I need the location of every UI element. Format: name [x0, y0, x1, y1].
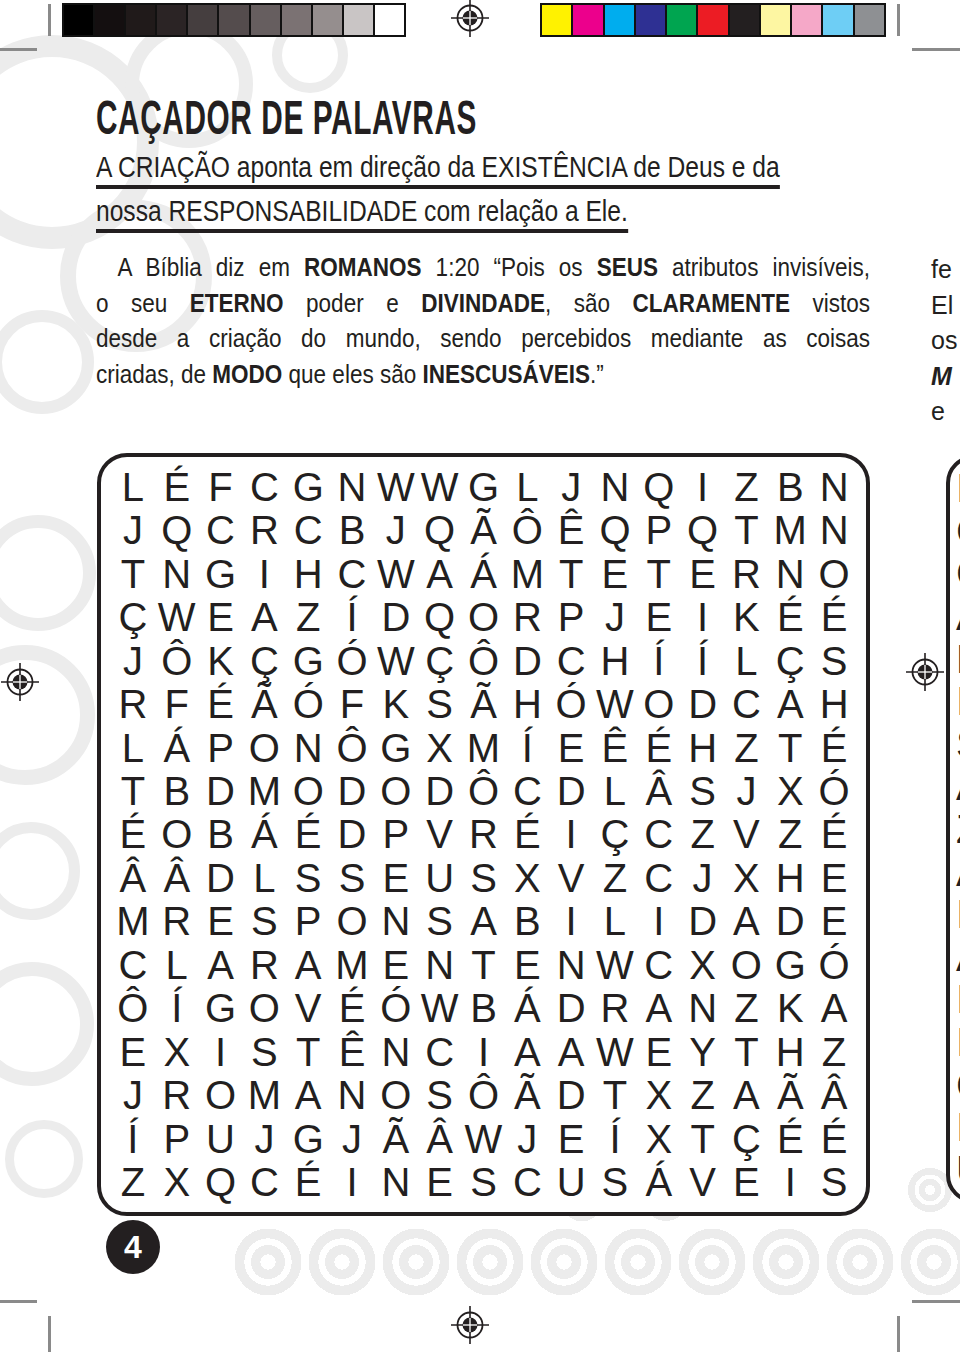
grid-cell[interactable]: W — [418, 987, 462, 1030]
grid-cell[interactable]: É — [111, 813, 155, 856]
grid-cell[interactable]: S — [593, 1161, 637, 1204]
grid-cell[interactable]: Í — [111, 1117, 155, 1160]
grid-cell[interactable]: I — [549, 813, 593, 856]
grid-cell[interactable]: Ó — [812, 943, 856, 986]
grid-cell[interactable]: A — [505, 1030, 549, 1073]
grid-cell[interactable]: X — [768, 769, 812, 812]
grid-cell[interactable]: O — [725, 943, 769, 986]
grid-cell[interactable]: T — [681, 1117, 725, 1160]
grid-cell[interactable]: E — [199, 595, 243, 638]
grid-cell[interactable]: L — [111, 465, 155, 508]
grid-cell[interactable]: W — [593, 943, 637, 986]
grid-cell[interactable]: D — [199, 769, 243, 812]
grid-cell[interactable]: D — [768, 900, 812, 943]
grid-cell[interactable]: C — [637, 813, 681, 856]
grid-cell[interactable]: Ã — [505, 1074, 549, 1117]
grid-cell[interactable]: U — [549, 1161, 593, 1204]
grid-cell[interactable]: G — [768, 943, 812, 986]
grid-cell[interactable]: L — [725, 639, 769, 682]
grid-cell[interactable]: T — [725, 508, 769, 551]
sliver-grid-cell: A — [956, 595, 960, 638]
grid-cell[interactable]: E — [199, 900, 243, 943]
grid-cell[interactable]: É — [286, 813, 330, 856]
grid-cell[interactable]: D — [681, 900, 725, 943]
grid-cell[interactable]: Ç — [593, 813, 637, 856]
grid-cell[interactable]: Ó — [286, 682, 330, 725]
grid-cell[interactable]: R — [462, 813, 506, 856]
grid-cell[interactable]: Â — [418, 1117, 462, 1160]
grid-cell[interactable]: G — [286, 465, 330, 508]
grid-cell[interactable]: O — [242, 726, 286, 769]
grid-cell[interactable]: Q — [418, 508, 462, 551]
grid-cell[interactable]: É — [199, 682, 243, 725]
grid-cell[interactable]: H — [681, 726, 725, 769]
grid-cell[interactable]: P — [155, 1117, 199, 1160]
grid-cell[interactable]: Ó — [374, 987, 418, 1030]
grid-cell[interactable]: L — [505, 465, 549, 508]
grid-cell[interactable]: D — [330, 813, 374, 856]
grid-cell[interactable]: S — [242, 1030, 286, 1073]
grid-cell[interactable]: Â — [637, 769, 681, 812]
grid-cell[interactable]: U — [199, 1117, 243, 1160]
grid-cell[interactable]: W — [593, 682, 637, 725]
grayscale-swatch — [373, 5, 404, 35]
grid-cell[interactable]: E — [812, 900, 856, 943]
decorative-target-ring — [304, 1224, 380, 1300]
grid-cell[interactable]: Í — [155, 987, 199, 1030]
grid-cell[interactable]: H — [286, 552, 330, 595]
grid-cell[interactable]: T — [593, 1074, 637, 1117]
grid-cell[interactable]: I — [681, 595, 725, 638]
grid-cell[interactable]: A — [768, 682, 812, 725]
grid-cell[interactable]: Á — [637, 1161, 681, 1204]
grid-cell[interactable]: X — [637, 1074, 681, 1117]
grid-cell[interactable]: Ô — [462, 639, 506, 682]
grid-cell[interactable]: T — [286, 1030, 330, 1073]
grid-cell[interactable]: F — [330, 682, 374, 725]
grid-cell[interactable]: Z — [593, 856, 637, 899]
grid-cell[interactable]: L — [242, 856, 286, 899]
grid-cell[interactable]: É — [812, 726, 856, 769]
grid-cell[interactable]: L — [155, 943, 199, 986]
grid-cell[interactable]: D — [549, 987, 593, 1030]
grid-cell[interactable]: Ç — [418, 639, 462, 682]
grid-cell[interactable]: A — [549, 1030, 593, 1073]
grid-cell[interactable]: C — [549, 639, 593, 682]
grid-cell[interactable]: Ç — [768, 639, 812, 682]
grid-cell[interactable]: C — [111, 943, 155, 986]
grid-cell[interactable]: G — [462, 465, 506, 508]
grid-cell[interactable]: O — [242, 987, 286, 1030]
grid-cell[interactable]: B — [155, 769, 199, 812]
grid-cell[interactable]: N — [768, 552, 812, 595]
grid-cell[interactable]: Í — [505, 726, 549, 769]
grid-cell[interactable]: Q — [418, 595, 462, 638]
grid-cell[interactable]: N — [418, 943, 462, 986]
grid-cell[interactable]: N — [812, 508, 856, 551]
grid-cell[interactable]: I — [462, 1030, 506, 1073]
grid-cell[interactable]: J — [111, 508, 155, 551]
grid-cell[interactable]: S — [812, 1161, 856, 1204]
grid-cell[interactable]: Ç — [111, 595, 155, 638]
grid-cell[interactable]: E — [637, 595, 681, 638]
grid-cell[interactable]: S — [681, 769, 725, 812]
grid-cell[interactable]: O — [462, 595, 506, 638]
grid-cell[interactable]: N — [681, 987, 725, 1030]
grid-cell[interactable]: O — [812, 552, 856, 595]
grid-cell[interactable]: M — [768, 508, 812, 551]
grid-cell[interactable]: N — [155, 552, 199, 595]
grid-cell[interactable]: P — [374, 813, 418, 856]
grid-cell[interactable]: Â — [155, 856, 199, 899]
grid-cell[interactable]: W — [374, 552, 418, 595]
grid-cell[interactable]: N — [374, 900, 418, 943]
grid-cell[interactable]: O — [199, 1074, 243, 1117]
grid-cell[interactable]: B — [505, 900, 549, 943]
grid-cell[interactable]: X — [155, 1161, 199, 1204]
grid-cell[interactable]: X — [418, 726, 462, 769]
grid-cell[interactable]: A — [286, 1074, 330, 1117]
grid-cell[interactable]: E — [374, 943, 418, 986]
grid-cell[interactable]: T — [549, 552, 593, 595]
grid-cell[interactable]: Ô — [155, 639, 199, 682]
grid-cell[interactable]: B — [768, 465, 812, 508]
grid-cell[interactable]: Z — [725, 987, 769, 1030]
grid-cell[interactable]: I — [242, 552, 286, 595]
grid-cell[interactable]: M — [505, 552, 549, 595]
grid-cell[interactable]: G — [286, 639, 330, 682]
grid-cell[interactable]: Á — [242, 813, 286, 856]
grid-cell[interactable]: A — [812, 987, 856, 1030]
grid-cell[interactable]: S — [330, 856, 374, 899]
grid-cell[interactable]: M — [462, 726, 506, 769]
grid-cell[interactable]: É — [812, 813, 856, 856]
grid-cell[interactable]: E — [374, 856, 418, 899]
grid-cell[interactable]: L — [593, 900, 637, 943]
decorative-target-ring — [452, 1224, 528, 1300]
grid-cell[interactable]: Á — [462, 552, 506, 595]
grid-cell[interactable]: Q — [681, 508, 725, 551]
grid-cell[interactable]: I — [768, 1161, 812, 1204]
grid-cell[interactable]: N — [593, 465, 637, 508]
grid-cell[interactable]: H — [593, 639, 637, 682]
grid-cell[interactable]: É — [155, 465, 199, 508]
grid-cell[interactable]: W — [374, 639, 418, 682]
grid-cell[interactable]: Y — [681, 1030, 725, 1073]
grid-cell[interactable]: G — [374, 726, 418, 769]
grid-cell[interactable]: G — [199, 552, 243, 595]
grid-cell[interactable]: G — [199, 987, 243, 1030]
grid-cell[interactable]: S — [812, 639, 856, 682]
grid-cell[interactable]: D — [330, 769, 374, 812]
grid-cell[interactable]: Ó — [330, 639, 374, 682]
grid-cell[interactable]: J — [593, 595, 637, 638]
grid-cell[interactable]: X — [725, 856, 769, 899]
grid-cell[interactable]: U — [418, 856, 462, 899]
grid-cell[interactable]: J — [725, 769, 769, 812]
grid-cell[interactable]: H — [812, 682, 856, 725]
grid-cell[interactable]: Ó — [549, 682, 593, 725]
grid-cell[interactable]: R — [155, 1074, 199, 1117]
grid-cell[interactable]: A — [725, 900, 769, 943]
grid-cell[interactable]: A — [242, 595, 286, 638]
grid-cell[interactable]: E — [593, 552, 637, 595]
grid-cell[interactable]: J — [681, 856, 725, 899]
grid-cell[interactable]: É — [768, 595, 812, 638]
grid-cell[interactable]: Ê — [549, 508, 593, 551]
grid-cell[interactable]: C — [505, 1161, 549, 1204]
edge-text-line: fe — [931, 252, 960, 288]
grid-cell[interactable]: M — [111, 900, 155, 943]
grid-cell[interactable]: E — [725, 1161, 769, 1204]
grid-cell[interactable]: D — [374, 595, 418, 638]
grid-cell[interactable]: S — [418, 900, 462, 943]
grid-cell[interactable]: P — [549, 595, 593, 638]
grid-cell[interactable]: Ô — [330, 726, 374, 769]
grid-cell[interactable]: V — [681, 1161, 725, 1204]
grid-cell[interactable]: Ê — [593, 726, 637, 769]
grid-cell[interactable]: P — [199, 726, 243, 769]
grid-cell[interactable]: Z — [681, 1074, 725, 1117]
grid-cell[interactable]: N — [812, 465, 856, 508]
grid-cell[interactable]: C — [199, 508, 243, 551]
grid-cell[interactable]: E — [418, 1161, 462, 1204]
grid-cell[interactable]: R — [593, 987, 637, 1030]
grid-cell[interactable]: X — [681, 943, 725, 986]
grid-cell[interactable]: R — [725, 552, 769, 595]
grid-cell[interactable]: A — [418, 552, 462, 595]
grid-cell[interactable]: W — [155, 595, 199, 638]
grid-cell[interactable]: E — [505, 943, 549, 986]
grid-cell[interactable]: Ã — [462, 508, 506, 551]
grid-cell[interactable]: M — [330, 943, 374, 986]
grid-cell[interactable]: Í — [330, 595, 374, 638]
grid-cell[interactable]: Ã — [462, 682, 506, 725]
grid-cell[interactable]: Â — [111, 856, 155, 899]
grid-cell[interactable]: J — [111, 1074, 155, 1117]
grid-cell[interactable]: W — [593, 1030, 637, 1073]
grid-cell[interactable]: S — [462, 1161, 506, 1204]
grid-cell[interactable]: Z — [812, 1030, 856, 1073]
grid-cell[interactable]: E — [812, 856, 856, 899]
grid-cell[interactable]: P — [286, 900, 330, 943]
grid-cell[interactable]: R — [242, 508, 286, 551]
grid-cell[interactable]: Ô — [462, 1074, 506, 1117]
grid-cell[interactable]: H — [768, 1030, 812, 1073]
grid-cell[interactable]: R — [505, 595, 549, 638]
grid-cell[interactable]: B — [199, 813, 243, 856]
grid-cell[interactable]: K — [768, 987, 812, 1030]
grid-cell[interactable]: J — [505, 1117, 549, 1160]
paragraph-line: A Bíblia diz em ROMANOS 1:20 “Pois os SE… — [96, 250, 870, 286]
grid-cell[interactable]: G — [286, 1117, 330, 1160]
grid-cell[interactable]: T — [768, 726, 812, 769]
grid-cell[interactable]: S — [462, 856, 506, 899]
grid-cell[interactable]: M — [242, 1074, 286, 1117]
grayscale-swatch — [155, 5, 186, 35]
grid-cell[interactable]: Í — [637, 639, 681, 682]
grid-cell[interactable]: Q — [155, 508, 199, 551]
grid-cell[interactable]: E — [681, 552, 725, 595]
grid-cell[interactable]: N — [330, 1074, 374, 1117]
grid-cell[interactable]: É — [330, 987, 374, 1030]
grid-cell[interactable]: Ç — [242, 639, 286, 682]
grid-cell[interactable]: Z — [286, 595, 330, 638]
grid-cell[interactable]: D — [505, 639, 549, 682]
grid-cell[interactable]: Ç — [725, 1117, 769, 1160]
grid-cell[interactable]: D — [418, 769, 462, 812]
grid-cell[interactable]: Á — [155, 726, 199, 769]
grid-cell[interactable]: D — [549, 769, 593, 812]
grid-cell[interactable]: O — [155, 813, 199, 856]
grid-cell[interactable]: Â — [812, 1074, 856, 1117]
grid-cell[interactable]: J — [549, 465, 593, 508]
grid-cell[interactable]: Á — [505, 987, 549, 1030]
grid-cell[interactable]: Í — [681, 639, 725, 682]
grid-cell[interactable]: E — [111, 1030, 155, 1073]
grid-cell[interactable]: Z — [725, 726, 769, 769]
grid-cell[interactable]: L — [111, 726, 155, 769]
grid-cell[interactable]: D — [681, 682, 725, 725]
grid-cell[interactable]: W — [418, 465, 462, 508]
grid-cell[interactable]: N — [330, 465, 374, 508]
grid-cell[interactable]: P — [637, 508, 681, 551]
grid-cell[interactable]: O — [374, 1074, 418, 1117]
grid-cell[interactable]: H — [768, 856, 812, 899]
grid-cell[interactable]: Ô — [111, 987, 155, 1030]
grid-cell[interactable]: É — [505, 813, 549, 856]
grid-cell[interactable]: O — [637, 682, 681, 725]
grid-cell[interactable]: J — [242, 1117, 286, 1160]
grid-cell[interactable]: C — [637, 943, 681, 986]
sliver-grid-cell: C — [956, 510, 960, 553]
grid-cell[interactable]: N — [286, 726, 330, 769]
crop-mark — [48, 1316, 51, 1352]
grid-cell[interactable]: B — [462, 987, 506, 1030]
grid-cell[interactable]: N — [374, 1161, 418, 1204]
grid-cell[interactable]: X — [155, 1030, 199, 1073]
grid-cell[interactable]: I — [199, 1030, 243, 1073]
grid-cell[interactable]: É — [637, 726, 681, 769]
grid-cell[interactable]: Q — [593, 508, 637, 551]
grid-cell[interactable]: S — [242, 900, 286, 943]
grid-cell[interactable]: V — [286, 987, 330, 1030]
grid-cell[interactable]: É — [286, 1161, 330, 1204]
grid-cell[interactable]: Ô — [505, 508, 549, 551]
grid-cell[interactable]: C — [242, 465, 286, 508]
grid-cell[interactable]: C — [418, 1030, 462, 1073]
grid-cell[interactable]: E — [549, 1117, 593, 1160]
grid-cell[interactable]: D — [199, 856, 243, 899]
grid-cell[interactable]: C — [637, 856, 681, 899]
grid-cell[interactable]: C — [725, 682, 769, 725]
grid-cell[interactable]: V — [418, 813, 462, 856]
grid-cell[interactable]: W — [462, 1117, 506, 1160]
grid-cell[interactable]: C — [330, 552, 374, 595]
grid-cell[interactable]: V — [725, 813, 769, 856]
grid-cell[interactable]: R — [155, 900, 199, 943]
grid-cell[interactable]: K — [374, 682, 418, 725]
grid-cell[interactable]: K — [199, 639, 243, 682]
grid-cell[interactable]: L — [593, 769, 637, 812]
grid-cell[interactable]: I — [330, 1161, 374, 1204]
grid-cell[interactable]: C — [286, 508, 330, 551]
grid-cell[interactable]: Z — [768, 813, 812, 856]
grid-cell[interactable]: Q — [637, 465, 681, 508]
grid-cell[interactable]: N — [374, 1030, 418, 1073]
grid-cell[interactable]: Z — [725, 465, 769, 508]
grid-cell[interactable]: V — [549, 856, 593, 899]
grid-cell[interactable]: J — [330, 1117, 374, 1160]
grid-cell[interactable]: J — [374, 508, 418, 551]
grid-cell[interactable]: A — [199, 943, 243, 986]
grid-cell[interactable]: W — [374, 465, 418, 508]
grid-cell[interactable]: X — [637, 1117, 681, 1160]
grid-cell[interactable]: A — [462, 900, 506, 943]
grid-cell[interactable]: R — [111, 682, 155, 725]
grid-cell[interactable]: T — [462, 943, 506, 986]
grid-cell[interactable]: T — [111, 769, 155, 812]
grid-cell[interactable]: F — [155, 682, 199, 725]
grid-cell[interactable]: N — [549, 943, 593, 986]
grid-cell[interactable]: Ê — [330, 1030, 374, 1073]
grid-cell[interactable]: É — [768, 1117, 812, 1160]
grid-cell[interactable]: Z — [111, 1161, 155, 1204]
grid-cell[interactable]: M — [242, 769, 286, 812]
grid-cell[interactable]: Ã — [374, 1117, 418, 1160]
grid-cell[interactable]: C — [505, 769, 549, 812]
grid-cell[interactable]: É — [812, 595, 856, 638]
grid-cell[interactable]: Ã — [242, 682, 286, 725]
grid-cell[interactable]: E — [549, 726, 593, 769]
grid-cell[interactable]: I — [681, 465, 725, 508]
grid-cell[interactable]: É — [812, 1117, 856, 1160]
grid-cell[interactable]: Í — [593, 1117, 637, 1160]
grid-cell[interactable]: O — [330, 900, 374, 943]
grid-cell[interactable]: Ó — [812, 769, 856, 812]
grid-cell[interactable]: D — [549, 1074, 593, 1117]
grid-cell[interactable]: I — [637, 900, 681, 943]
grid-cell[interactable]: A — [637, 987, 681, 1030]
grid-cell[interactable]: E — [637, 1030, 681, 1073]
grid-cell[interactable]: S — [418, 1074, 462, 1117]
grid-cell[interactable]: O — [286, 769, 330, 812]
grid-cell[interactable]: C — [242, 1161, 286, 1204]
grid-cell[interactable]: B — [330, 508, 374, 551]
grid-cell[interactable]: O — [374, 769, 418, 812]
grid-cell[interactable]: T — [637, 552, 681, 595]
grid-cell[interactable]: T — [111, 552, 155, 595]
grid-cell[interactable]: I — [549, 900, 593, 943]
crop-mark — [48, 4, 51, 36]
grid-cell[interactable]: A — [286, 943, 330, 986]
grid-cell[interactable]: T — [725, 1030, 769, 1073]
grid-cell[interactable]: Z — [681, 813, 725, 856]
grid-cell[interactable]: Ã — [768, 1074, 812, 1117]
grid-cell[interactable]: A — [725, 1074, 769, 1117]
grid-cell[interactable]: S — [418, 682, 462, 725]
grid-cell[interactable]: F — [199, 465, 243, 508]
grid-cell[interactable]: Ô — [462, 769, 506, 812]
grid-cell[interactable]: K — [725, 595, 769, 638]
grid-cell[interactable]: X — [505, 856, 549, 899]
grid-cell[interactable]: S — [286, 856, 330, 899]
grid-cell[interactable]: Q — [199, 1161, 243, 1204]
crop-mark — [897, 1316, 900, 1352]
grid-cell[interactable]: H — [505, 682, 549, 725]
grid-cell[interactable]: R — [242, 943, 286, 986]
grid-cell[interactable]: J — [111, 639, 155, 682]
